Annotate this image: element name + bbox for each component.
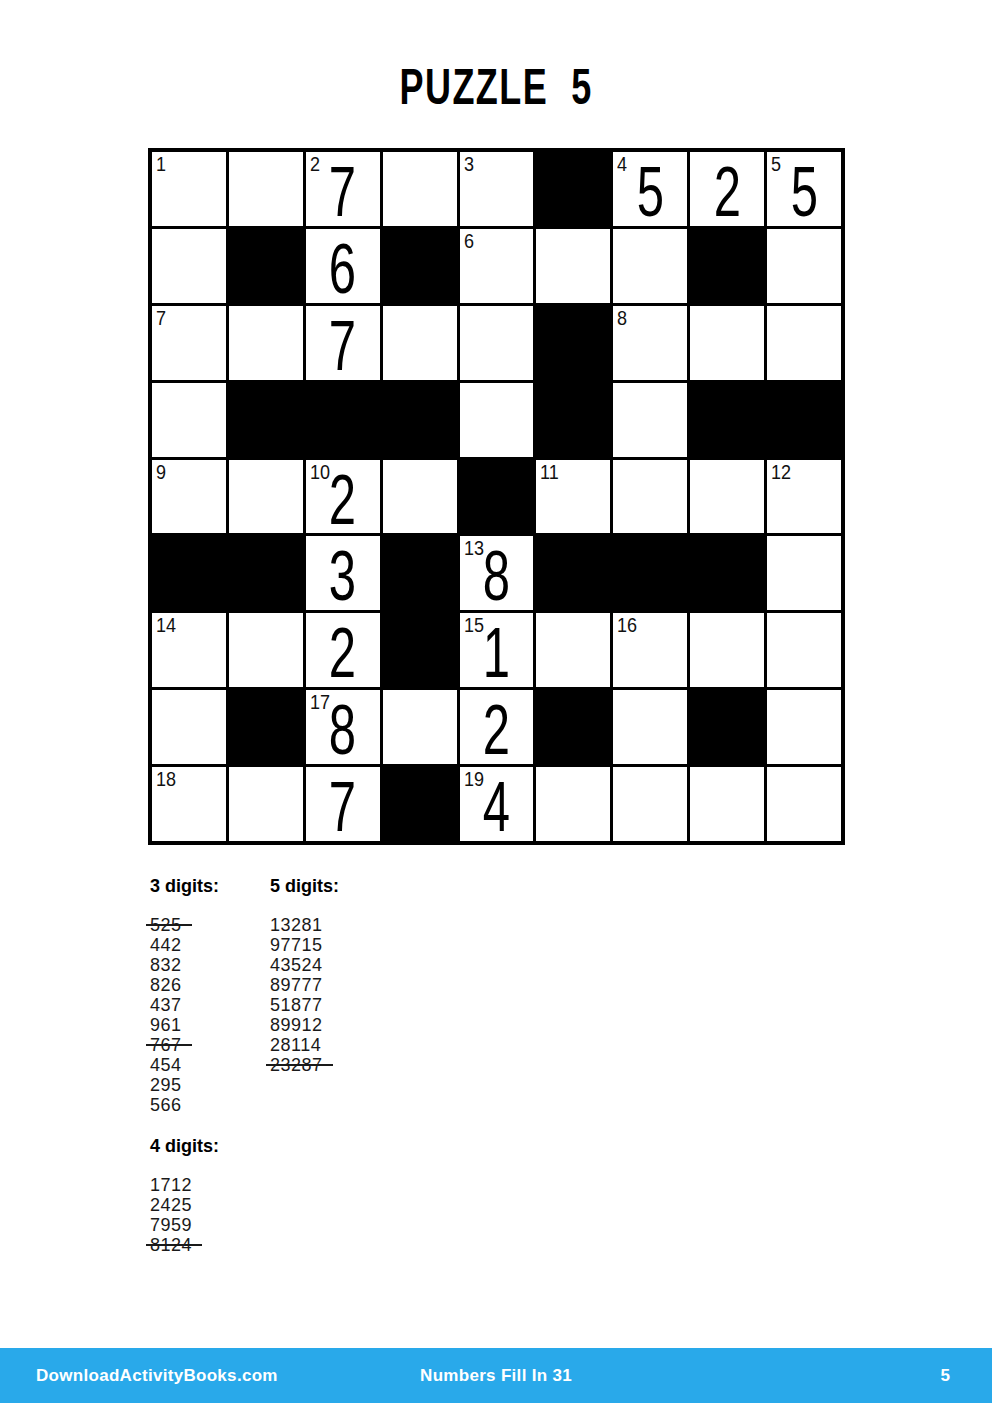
grid-cell[interactable]: 12	[767, 460, 841, 534]
black-cell	[383, 229, 457, 303]
footer-bar: DownloadActivityBooks.com Numbers Fill I…	[0, 1348, 992, 1403]
clue-list-item: 89777	[270, 975, 339, 995]
cell-clue-number: 9	[156, 460, 166, 484]
grid-cell[interactable]	[767, 536, 841, 610]
grid-cell[interactable]	[152, 690, 226, 764]
clue-list-item: 13281	[270, 915, 339, 935]
black-cell	[229, 229, 303, 303]
clue-list-item: 7959	[150, 1215, 219, 1235]
grid-cell[interactable]	[767, 229, 841, 303]
grid-cell[interactable]: 194	[460, 767, 534, 841]
cell-clue-number: 6	[464, 229, 474, 253]
cell-clue-number: 3	[464, 152, 474, 176]
grid-cell[interactable]: 11	[536, 460, 610, 534]
grid-cell[interactable]: 138	[460, 536, 534, 610]
page-title: PUZZLE 5	[0, 58, 992, 116]
four-digits-list: 1712242579598124	[150, 1175, 219, 1255]
black-cell	[613, 536, 687, 610]
puzzle-grid: 1273452556677891021112313814215116178218…	[148, 148, 845, 845]
grid-cell[interactable]: 2	[460, 690, 534, 764]
grid-cell[interactable]: 45	[613, 152, 687, 226]
cell-clue-number: 16	[617, 613, 637, 637]
grid-cell[interactable]: 3	[460, 152, 534, 226]
grid-cell[interactable]	[767, 613, 841, 687]
page-title-text: PUZZLE 5	[399, 58, 592, 116]
grid-cell[interactable]	[229, 613, 303, 687]
cell-clue-number: 11	[540, 460, 559, 484]
grid-cell[interactable]: 6	[306, 229, 380, 303]
four-digits-heading: 4 digits:	[150, 1136, 219, 1157]
black-cell	[383, 767, 457, 841]
cell-digit: 8	[306, 690, 380, 764]
grid-cell[interactable]	[613, 229, 687, 303]
three-digits-heading: 3 digits:	[150, 876, 219, 897]
clue-list-item: 2425	[150, 1195, 219, 1215]
clue-list-item: 97715	[270, 935, 339, 955]
grid-cell[interactable]	[767, 306, 841, 380]
grid-cell[interactable]: 3	[306, 536, 380, 610]
cell-clue-number: 7	[156, 306, 166, 330]
footer-page-number: 5	[941, 1366, 950, 1386]
clue-list-item: 23287	[270, 1055, 339, 1075]
black-cell	[690, 383, 764, 457]
black-cell	[383, 536, 457, 610]
grid-cell[interactable]	[613, 690, 687, 764]
clue-list-item: 826	[150, 975, 219, 995]
grid-cell[interactable]	[536, 767, 610, 841]
cell-digit: 7	[306, 306, 380, 380]
grid-cell[interactable]	[383, 460, 457, 534]
clue-list-item: 442	[150, 935, 219, 955]
grid-cell[interactable]	[613, 767, 687, 841]
cell-clue-number: 1	[156, 152, 166, 176]
clue-list-item: 1712	[150, 1175, 219, 1195]
grid-cell[interactable]	[690, 613, 764, 687]
black-cell	[229, 383, 303, 457]
black-cell	[306, 383, 380, 457]
clue-list-item: 454	[150, 1055, 219, 1075]
clue-list-item: 8124	[150, 1235, 219, 1255]
five-digits-list: 1328197715435248977751877899122811423287	[270, 915, 339, 1075]
grid-cell[interactable]	[152, 383, 226, 457]
grid-cell[interactable]	[536, 613, 610, 687]
cell-digit: 5	[767, 152, 841, 226]
cell-digit: 3	[306, 536, 380, 610]
clue-list-item: 767	[150, 1035, 219, 1055]
grid-cell[interactable]	[229, 460, 303, 534]
puzzle-page: PUZZLE 5 1273452556677891021112313814215…	[0, 0, 992, 1403]
black-cell	[536, 152, 610, 226]
black-cell	[229, 690, 303, 764]
cell-digit: 2	[306, 460, 380, 534]
grid-cell[interactable]: 7	[306, 767, 380, 841]
grid-cell[interactable]	[613, 383, 687, 457]
clue-list-item: 28114	[270, 1035, 339, 1055]
black-cell	[460, 460, 534, 534]
grid-cell[interactable]: 7	[152, 306, 226, 380]
cell-clue-number: 14	[156, 613, 176, 637]
clue-list-item: 43524	[270, 955, 339, 975]
grid-cell[interactable]	[690, 306, 764, 380]
grid-cell[interactable]: 151	[460, 613, 534, 687]
black-cell	[152, 536, 226, 610]
grid-cell[interactable]	[690, 460, 764, 534]
clue-list-item: 295	[150, 1075, 219, 1095]
clue-list-item: 961	[150, 1015, 219, 1035]
grid-cell[interactable]	[383, 306, 457, 380]
cell-digit: 2	[306, 613, 380, 687]
clue-list-item: 525	[150, 915, 219, 935]
grid-cell[interactable]	[383, 690, 457, 764]
clue-list-item: 437	[150, 995, 219, 1015]
grid-cell[interactable]: 7	[306, 306, 380, 380]
cell-digit: 5	[613, 152, 687, 226]
grid-cell[interactable]	[460, 306, 534, 380]
grid-cell[interactable]: 8	[613, 306, 687, 380]
cell-digit: 7	[306, 767, 380, 841]
grid-cell[interactable]: 178	[306, 690, 380, 764]
cell-digit: 2	[460, 690, 534, 764]
grid-cell[interactable]: 6	[460, 229, 534, 303]
three-digits-list: 525442832826437961767454295566	[150, 915, 219, 1115]
cell-clue-number: 12	[771, 460, 791, 484]
footer-series-title: Numbers Fill In 31	[420, 1366, 572, 1386]
black-cell	[536, 306, 610, 380]
grid-cell[interactable]	[767, 767, 841, 841]
grid-cell[interactable]	[383, 152, 457, 226]
black-cell	[690, 690, 764, 764]
grid-cell[interactable]: 55	[767, 152, 841, 226]
grid-cell[interactable]	[229, 152, 303, 226]
clue-list-item: 51877	[270, 995, 339, 1015]
three-digits-block: 3 digits: 525442832826437961767454295566	[150, 876, 219, 1115]
grid-cell[interactable]	[229, 306, 303, 380]
grid-cell[interactable]	[767, 690, 841, 764]
five-digits-heading: 5 digits:	[270, 876, 339, 897]
cell-digit: 6	[306, 229, 380, 303]
cell-digit: 1	[460, 613, 534, 687]
black-cell	[383, 613, 457, 687]
grid-cell[interactable]	[229, 767, 303, 841]
black-cell	[383, 383, 457, 457]
grid-cell[interactable]	[152, 229, 226, 303]
clue-list-item: 89912	[270, 1015, 339, 1035]
cell-digit: 4	[460, 767, 534, 841]
black-cell	[690, 536, 764, 610]
grid-cell[interactable]: 18	[152, 767, 226, 841]
four-digits-block: 4 digits: 1712242579598124	[150, 1136, 219, 1255]
grid-cell[interactable]: 27	[306, 152, 380, 226]
grid-cell[interactable]: 102	[306, 460, 380, 534]
black-cell	[767, 383, 841, 457]
cell-digit: 2	[690, 152, 764, 226]
black-cell	[229, 536, 303, 610]
grid-cell[interactable]	[613, 460, 687, 534]
black-cell	[536, 536, 610, 610]
grid-cell[interactable]: 2	[306, 613, 380, 687]
footer-site-link[interactable]: DownloadActivityBooks.com	[36, 1366, 278, 1386]
clue-list-item: 832	[150, 955, 219, 975]
grid-cell[interactable]	[536, 229, 610, 303]
grid-cell[interactable]	[690, 767, 764, 841]
black-cell	[690, 229, 764, 303]
grid-cell[interactable]	[460, 383, 534, 457]
black-cell	[536, 383, 610, 457]
grid-cell[interactable]: 1	[152, 152, 226, 226]
grid-cell[interactable]: 14	[152, 613, 226, 687]
black-cell	[536, 690, 610, 764]
cell-digit: 7	[306, 152, 380, 226]
cell-clue-number: 8	[617, 306, 627, 330]
grid-cell[interactable]: 9	[152, 460, 226, 534]
grid-cell[interactable]: 2	[690, 152, 764, 226]
cell-digit: 8	[460, 536, 534, 610]
clue-list-item: 566	[150, 1095, 219, 1115]
five-digits-block: 5 digits: 132819771543524897775187789912…	[270, 876, 339, 1075]
grid-cell[interactable]: 16	[613, 613, 687, 687]
cell-clue-number: 18	[156, 767, 176, 791]
